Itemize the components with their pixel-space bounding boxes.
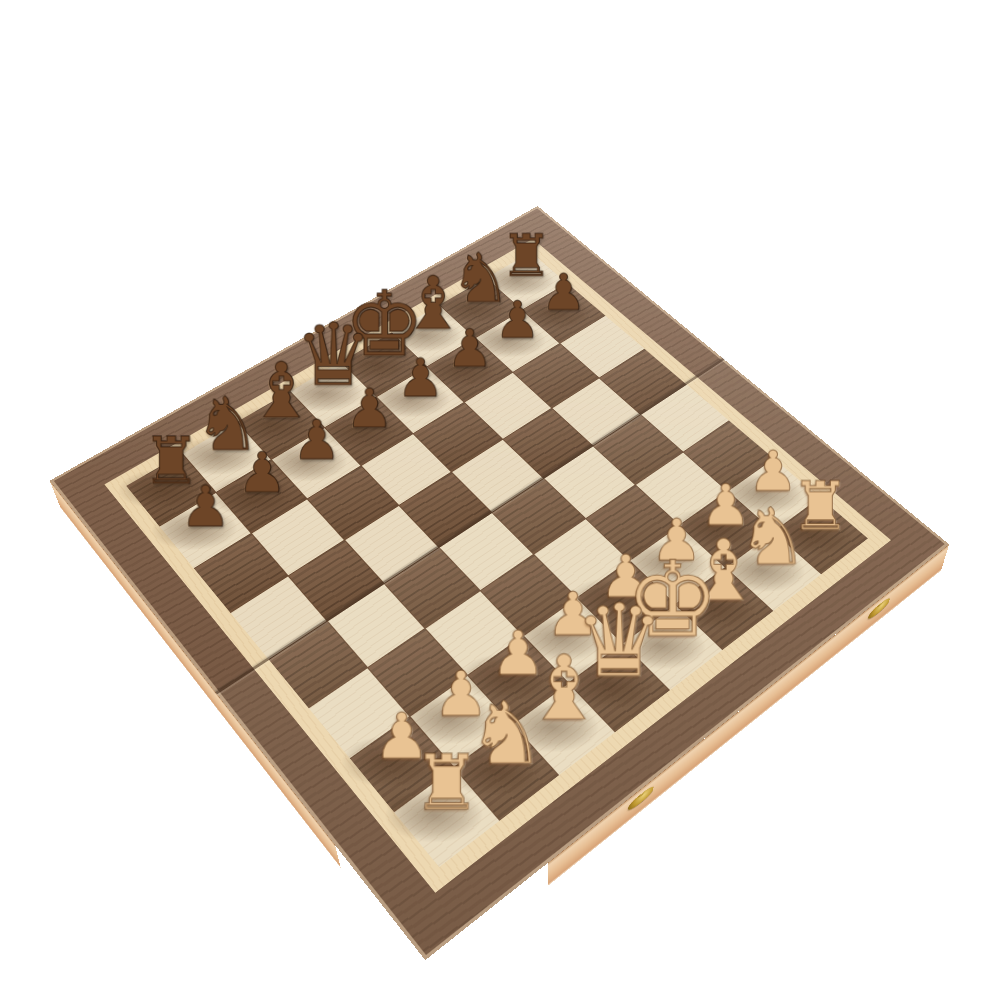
piece-white-rook[interactable]: ♜ — [413, 745, 481, 821]
perspective-camera: ♜♞♝♚♛♝♞♜♟♟♟♟♟♟♟♟♟♟♟♟♟♟♟♟♜♞♝♚♛♝♞♜ — [0, 0, 1000, 1000]
piece-black-pawn[interactable]: ♟ — [180, 479, 231, 536]
chess-board: ♜♞♝♚♛♝♞♜♟♟♟♟♟♟♟♟♟♟♟♟♟♟♟♟♜♞♝♚♛♝♞♜ — [50, 206, 949, 960]
product-photo-scene: ♜♞♝♚♛♝♞♜♟♟♟♟♟♟♟♟♟♟♟♟♟♟♟♟♜♞♝♚♛♝♞♜ — [0, 0, 1000, 1000]
